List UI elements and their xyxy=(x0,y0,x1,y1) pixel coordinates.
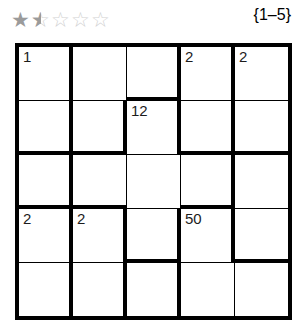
cell-r4c3[interactable] xyxy=(127,209,180,262)
star-empty-icon: ☆ xyxy=(51,8,71,32)
cell-r3c2[interactable] xyxy=(73,155,126,208)
cage-clue: 2 xyxy=(77,209,85,228)
cage-clue: 1 xyxy=(23,47,31,66)
star-half-icon: ☆★ xyxy=(31,8,51,32)
star-empty-icon: ☆ xyxy=(91,8,111,32)
cell-r4c5[interactable] xyxy=(235,209,288,262)
cell-r3c5[interactable] xyxy=(235,155,288,208)
cell-r1c4[interactable]: 2 xyxy=(181,47,234,100)
cell-r4c2[interactable]: 2 xyxy=(73,209,126,262)
cage-clue: 2 xyxy=(185,47,193,66)
cage-clue: 12 xyxy=(131,101,148,120)
cell-r1c2[interactable] xyxy=(73,47,126,100)
cell-r1c1[interactable]: 1 xyxy=(19,47,72,100)
cage-clue: 50 xyxy=(185,209,202,228)
cell-r1c5[interactable]: 2 xyxy=(235,47,288,100)
cell-r5c1[interactable] xyxy=(19,263,72,316)
cell-r2c4[interactable] xyxy=(181,101,234,154)
cell-r5c3[interactable] xyxy=(127,263,180,316)
cell-r1c3[interactable] xyxy=(127,47,180,100)
cell-r3c1[interactable] xyxy=(19,155,72,208)
cell-r4c4[interactable]: 50 xyxy=(181,209,234,262)
star-empty-icon: ☆ xyxy=(71,8,91,32)
star-full-icon: ★ xyxy=(11,8,31,32)
cage-clue: 2 xyxy=(23,209,31,228)
cell-r2c3[interactable]: 12 xyxy=(127,101,180,154)
cell-r5c4[interactable] xyxy=(181,263,234,316)
cell-r3c4[interactable] xyxy=(181,155,234,208)
cell-r5c2[interactable] xyxy=(73,263,126,316)
cell-r5c5[interactable] xyxy=(235,263,288,316)
cell-r2c5[interactable] xyxy=(235,101,288,154)
cell-r2c2[interactable] xyxy=(73,101,126,154)
puzzle-grid: 122122250 xyxy=(15,43,292,320)
cell-r3c3[interactable] xyxy=(127,155,180,208)
difficulty-rating: ★☆★☆☆☆ xyxy=(11,8,111,32)
cell-r4c1[interactable]: 2 xyxy=(19,209,72,262)
cell-r2c1[interactable] xyxy=(19,101,72,154)
digit-range-label: {1–5} xyxy=(254,6,291,24)
cage-clue: 2 xyxy=(239,47,247,66)
